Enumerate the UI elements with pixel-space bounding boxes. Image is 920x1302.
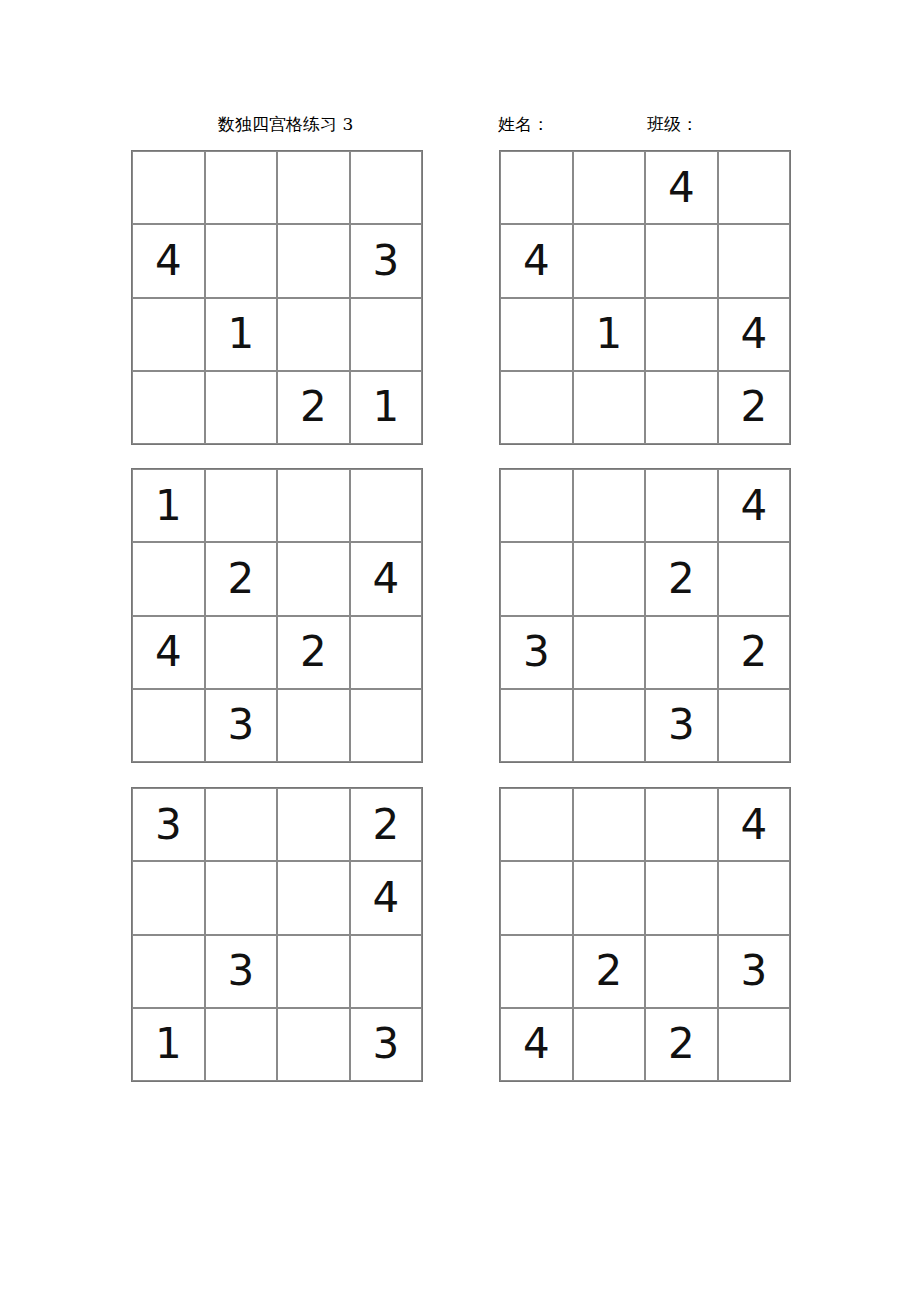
sudoku-cell-r1c4: 2 [350, 788, 423, 861]
sudoku-cell-r3c1 [500, 935, 573, 1008]
sudoku-cell-r4c2 [205, 1008, 278, 1081]
sudoku-cell-r3c4 [350, 298, 423, 371]
sudoku-cell-r2c4 [718, 542, 791, 615]
sudoku-cell-r1c1 [500, 469, 573, 542]
sudoku-cell-r4c3 [277, 1008, 350, 1081]
sudoku-cell-r1c3 [645, 788, 718, 861]
sudoku-cell-r3c3 [645, 935, 718, 1008]
sudoku-cell-r3c4 [350, 616, 423, 689]
sudoku-grid-4: 42323 [499, 468, 791, 763]
sudoku-cell-r2c1: 4 [500, 224, 573, 297]
sudoku-cell-r2c2: 2 [205, 542, 278, 615]
sudoku-cell-r3c3 [277, 935, 350, 1008]
sudoku-cell-r1c4: 4 [718, 469, 791, 542]
sudoku-cell-r2c3: 2 [645, 542, 718, 615]
sudoku-cell-r3c2: 1 [573, 298, 646, 371]
sudoku-cell-r3c4: 4 [718, 298, 791, 371]
sudoku-cell-r1c3 [277, 151, 350, 224]
sudoku-cell-r1c2 [205, 788, 278, 861]
sudoku-cell-r4c1 [500, 371, 573, 444]
sudoku-cell-r2c1 [500, 542, 573, 615]
page-title: 数独四宫格练习 3 [218, 112, 353, 136]
sudoku-cell-r1c3 [277, 469, 350, 542]
sudoku-cell-r4c4: 1 [350, 371, 423, 444]
sudoku-cell-r1c4: 4 [718, 788, 791, 861]
sudoku-cell-r3c4 [350, 935, 423, 1008]
sudoku-cell-r3c2: 1 [205, 298, 278, 371]
sudoku-cell-r3c3 [645, 616, 718, 689]
sudoku-cell-r4c4: 2 [718, 371, 791, 444]
sudoku-cell-r2c1: 4 [132, 224, 205, 297]
sudoku-cell-r1c2 [205, 151, 278, 224]
sudoku-grid-5: 324313 [131, 787, 423, 1082]
sudoku-cell-r1c2 [205, 469, 278, 542]
sudoku-cell-r2c1 [132, 861, 205, 934]
sudoku-cell-r3c1 [132, 298, 205, 371]
sudoku-cell-r4c2: 3 [205, 689, 278, 762]
sudoku-cell-r1c1 [132, 151, 205, 224]
sudoku-cell-r4c1: 4 [500, 1008, 573, 1081]
sudoku-cell-r2c1 [132, 542, 205, 615]
sudoku-cell-r1c1 [500, 151, 573, 224]
sudoku-cell-r1c3 [277, 788, 350, 861]
sudoku-cell-r2c2 [205, 224, 278, 297]
sudoku-grid-6: 42342 [499, 787, 791, 1082]
sudoku-cell-r3c2 [205, 616, 278, 689]
sudoku-cell-r4c1 [500, 689, 573, 762]
sudoku-cell-r2c4: 4 [350, 542, 423, 615]
class-label: 班级： [647, 112, 698, 136]
sudoku-cell-r1c2 [573, 151, 646, 224]
sudoku-cell-r4c1 [132, 689, 205, 762]
sudoku-cell-r3c1 [132, 935, 205, 1008]
sudoku-cell-r1c3 [645, 469, 718, 542]
sudoku-cell-r3c2 [573, 616, 646, 689]
sudoku-cell-r4c4 [718, 689, 791, 762]
sudoku-cell-r1c4 [350, 469, 423, 542]
sudoku-cell-r1c4 [718, 151, 791, 224]
sudoku-cell-r3c3 [277, 298, 350, 371]
sudoku-cell-r2c3 [277, 861, 350, 934]
sudoku-grid-1: 43121 [131, 150, 423, 445]
sudoku-cell-r2c3 [277, 224, 350, 297]
sudoku-cell-r1c2 [573, 788, 646, 861]
sudoku-cell-r4c2 [573, 371, 646, 444]
sudoku-cell-r4c4 [718, 1008, 791, 1081]
sudoku-cell-r1c1: 1 [132, 469, 205, 542]
sudoku-cell-r4c3: 3 [645, 689, 718, 762]
sudoku-cell-r4c2 [205, 371, 278, 444]
sudoku-cell-r1c4 [350, 151, 423, 224]
sudoku-cell-r4c3 [645, 371, 718, 444]
sudoku-cell-r2c3 [277, 542, 350, 615]
sudoku-cell-r4c3: 2 [277, 371, 350, 444]
sudoku-cell-r4c2 [573, 1008, 646, 1081]
sudoku-cell-r1c3: 4 [645, 151, 718, 224]
sudoku-cell-r4c3: 2 [645, 1008, 718, 1081]
sudoku-cell-r4c1: 1 [132, 1008, 205, 1081]
sudoku-cell-r3c3 [645, 298, 718, 371]
sudoku-cell-r3c2: 3 [205, 935, 278, 1008]
sudoku-cell-r4c1 [132, 371, 205, 444]
sudoku-cell-r4c4: 3 [350, 1008, 423, 1081]
sudoku-cell-r2c2 [573, 542, 646, 615]
sudoku-cell-r4c3 [277, 689, 350, 762]
name-label: 姓名： [498, 112, 549, 136]
sudoku-cell-r3c4: 2 [718, 616, 791, 689]
sudoku-cell-r2c4: 4 [350, 861, 423, 934]
sudoku-cell-r3c1: 4 [132, 616, 205, 689]
sudoku-grid-2: 44142 [499, 150, 791, 445]
sudoku-cell-r2c3 [645, 861, 718, 934]
sudoku-cell-r3c1 [500, 298, 573, 371]
sudoku-cell-r2c2 [573, 861, 646, 934]
sudoku-cell-r2c2 [205, 861, 278, 934]
sudoku-cell-r2c4: 3 [350, 224, 423, 297]
sudoku-cell-r2c3 [645, 224, 718, 297]
sudoku-cell-r3c3: 2 [277, 616, 350, 689]
sudoku-grid-3: 124423 [131, 468, 423, 763]
sudoku-cell-r2c1 [500, 861, 573, 934]
sudoku-cell-r2c4 [718, 224, 791, 297]
sudoku-cell-r3c2: 2 [573, 935, 646, 1008]
sudoku-cell-r4c2 [573, 689, 646, 762]
sudoku-cell-r2c4 [718, 861, 791, 934]
sudoku-cell-r3c1: 3 [500, 616, 573, 689]
sudoku-cell-r3c4: 3 [718, 935, 791, 1008]
sudoku-cell-r1c1: 3 [132, 788, 205, 861]
sudoku-cell-r4c4 [350, 689, 423, 762]
sudoku-cell-r2c2 [573, 224, 646, 297]
sudoku-cell-r1c1 [500, 788, 573, 861]
sudoku-cell-r1c2 [573, 469, 646, 542]
